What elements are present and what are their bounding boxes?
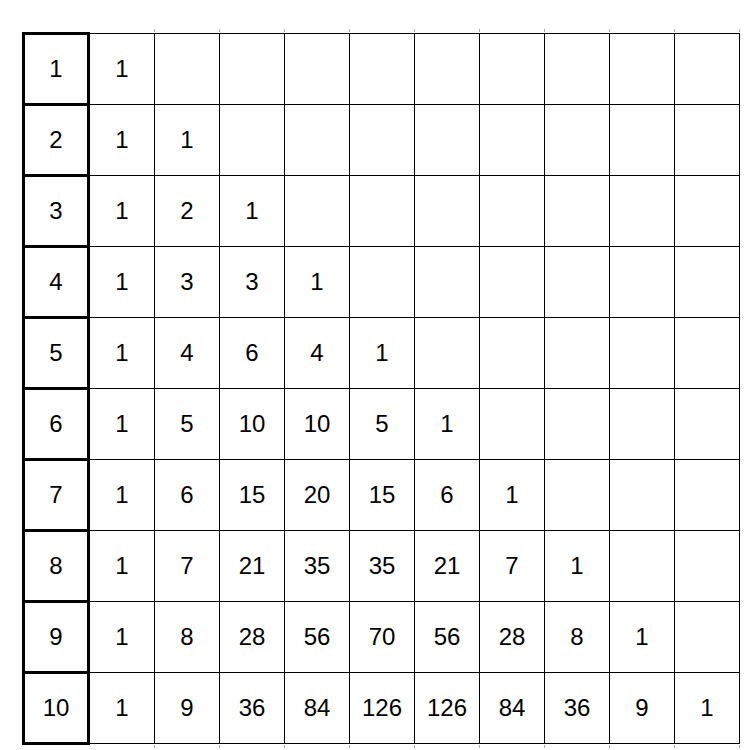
empty-cell-r2-c3 xyxy=(220,105,285,176)
row-header-2: 2 xyxy=(24,105,89,176)
empty-cell-r7-c9 xyxy=(610,460,675,531)
empty-cell-r1-c3 xyxy=(220,34,285,105)
cell-r5-c3: 6 xyxy=(220,318,285,389)
empty-cell-r5-c10 xyxy=(675,318,740,389)
cell-r10-c1: 1 xyxy=(89,673,155,744)
gridline-tick-top xyxy=(414,29,415,32)
table-row-5: 514641 xyxy=(24,318,740,389)
cell-r9-c8: 8 xyxy=(545,602,610,673)
cell-r4-c4: 1 xyxy=(285,247,350,318)
cell-r7-c7: 1 xyxy=(480,460,545,531)
row-header-6: 6 xyxy=(24,389,89,460)
cell-r2-c1: 1 xyxy=(89,105,155,176)
cell-r4-c3: 3 xyxy=(220,247,285,318)
table-row-9: 918285670562881 xyxy=(24,602,740,673)
empty-cell-r1-c6 xyxy=(415,34,480,105)
gridline-tick-bottom xyxy=(349,745,350,748)
table-row-6: 615101051 xyxy=(24,389,740,460)
table-row-4: 41331 xyxy=(24,247,740,318)
table-row-3: 3121 xyxy=(24,176,740,247)
empty-cell-r8-c9 xyxy=(610,531,675,602)
cell-r9-c3: 28 xyxy=(220,602,285,673)
empty-cell-r1-c2 xyxy=(155,34,220,105)
cell-r5-c2: 4 xyxy=(155,318,220,389)
cell-r6-c5: 5 xyxy=(350,389,415,460)
gridline-tick-top xyxy=(219,29,220,32)
empty-cell-r2-c9 xyxy=(610,105,675,176)
cell-r1-c1: 1 xyxy=(89,34,155,105)
gridline-tick-top xyxy=(544,29,545,32)
cell-r8-c6: 21 xyxy=(415,531,480,602)
gridline-tick-bottom xyxy=(219,745,220,748)
cell-r6-c1: 1 xyxy=(89,389,155,460)
cell-r9-c1: 1 xyxy=(89,602,155,673)
cell-r7-c1: 1 xyxy=(89,460,155,531)
pascals-triangle-table: 1121131214133151464161510105171615201561… xyxy=(22,32,740,745)
cell-r10-c3: 36 xyxy=(220,673,285,744)
cell-r8-c4: 35 xyxy=(285,531,350,602)
empty-cell-r2-c5 xyxy=(350,105,415,176)
cell-r10-c8: 36 xyxy=(545,673,610,744)
empty-cell-r3-c7 xyxy=(480,176,545,247)
cell-r2-c2: 1 xyxy=(155,105,220,176)
cell-r10-c9: 9 xyxy=(610,673,675,744)
gridline-tick-bottom xyxy=(154,745,155,748)
gridline-tick-top xyxy=(739,29,740,32)
empty-cell-r2-c10 xyxy=(675,105,740,176)
cell-r10-c7: 84 xyxy=(480,673,545,744)
gridline-tick-bottom xyxy=(674,745,675,748)
cell-r5-c4: 4 xyxy=(285,318,350,389)
gridline-tick-top xyxy=(349,29,350,32)
empty-cell-r3-c10 xyxy=(675,176,740,247)
gridline-tick-bottom xyxy=(739,745,740,748)
cell-r3-c2: 2 xyxy=(155,176,220,247)
empty-cell-r1-c5 xyxy=(350,34,415,105)
cell-r8-c7: 7 xyxy=(480,531,545,602)
gridline-tick-bottom xyxy=(544,745,545,748)
cell-r3-c3: 1 xyxy=(220,176,285,247)
gridline-tick-top xyxy=(154,29,155,32)
empty-cell-r4-c10 xyxy=(675,247,740,318)
cell-r9-c7: 28 xyxy=(480,602,545,673)
empty-cell-r5-c7 xyxy=(480,318,545,389)
empty-cell-r5-c6 xyxy=(415,318,480,389)
row-header-3: 3 xyxy=(24,176,89,247)
gridline-tick-top xyxy=(284,29,285,32)
cell-r9-c6: 56 xyxy=(415,602,480,673)
cell-r4-c2: 3 xyxy=(155,247,220,318)
row-header-4: 4 xyxy=(24,247,89,318)
empty-cell-r7-c8 xyxy=(545,460,610,531)
empty-cell-r4-c7 xyxy=(480,247,545,318)
gridline-tick-bottom xyxy=(479,745,480,748)
cell-r6-c4: 10 xyxy=(285,389,350,460)
table-row-1: 11 xyxy=(24,34,740,105)
empty-cell-r2-c4 xyxy=(285,105,350,176)
table-row-8: 8172135352171 xyxy=(24,531,740,602)
table-row-2: 211 xyxy=(24,105,740,176)
empty-cell-r3-c6 xyxy=(415,176,480,247)
gridline-tick-top xyxy=(479,29,480,32)
row-header-7: 7 xyxy=(24,460,89,531)
cell-r8-c1: 1 xyxy=(89,531,155,602)
pascals-triangle-board: 1121131214133151464161510105171615201561… xyxy=(22,32,740,745)
empty-cell-r3-c9 xyxy=(610,176,675,247)
empty-cell-r5-c9 xyxy=(610,318,675,389)
cell-r9-c4: 56 xyxy=(285,602,350,673)
empty-cell-r8-c10 xyxy=(675,531,740,602)
empty-cell-r5-c8 xyxy=(545,318,610,389)
empty-cell-r3-c4 xyxy=(285,176,350,247)
row-header-10: 10 xyxy=(24,673,89,744)
empty-cell-r6-c10 xyxy=(675,389,740,460)
row-header-1: 1 xyxy=(24,34,89,105)
empty-cell-r2-c8 xyxy=(545,105,610,176)
table-row-10: 10193684126126843691 xyxy=(24,673,740,744)
cell-r5-c1: 1 xyxy=(89,318,155,389)
cell-r10-c4: 84 xyxy=(285,673,350,744)
empty-cell-r9-c10 xyxy=(675,602,740,673)
empty-cell-r6-c8 xyxy=(545,389,610,460)
gridline-tick-top xyxy=(674,29,675,32)
cell-r8-c8: 1 xyxy=(545,531,610,602)
empty-cell-r4-c6 xyxy=(415,247,480,318)
empty-cell-r6-c9 xyxy=(610,389,675,460)
empty-cell-r3-c8 xyxy=(545,176,610,247)
cell-r10-c6: 126 xyxy=(415,673,480,744)
empty-cell-r2-c7 xyxy=(480,105,545,176)
cell-r6-c3: 10 xyxy=(220,389,285,460)
empty-cell-r1-c7 xyxy=(480,34,545,105)
cell-r8-c5: 35 xyxy=(350,531,415,602)
cell-r7-c5: 15 xyxy=(350,460,415,531)
cell-r7-c6: 6 xyxy=(415,460,480,531)
cell-r9-c9: 1 xyxy=(610,602,675,673)
row-header-8: 8 xyxy=(24,531,89,602)
table-row-7: 71615201561 xyxy=(24,460,740,531)
cell-r10-c10: 1 xyxy=(675,673,740,744)
row-header-9: 9 xyxy=(24,602,89,673)
cell-r8-c3: 21 xyxy=(220,531,285,602)
cell-r10-c5: 126 xyxy=(350,673,415,744)
cell-r6-c6: 1 xyxy=(415,389,480,460)
cell-r5-c5: 1 xyxy=(350,318,415,389)
empty-cell-r3-c5 xyxy=(350,176,415,247)
cell-r10-c2: 9 xyxy=(155,673,220,744)
empty-cell-r4-c9 xyxy=(610,247,675,318)
empty-cell-r7-c10 xyxy=(675,460,740,531)
row-header-5: 5 xyxy=(24,318,89,389)
gridline-tick-top xyxy=(609,29,610,32)
empty-cell-r1-c8 xyxy=(545,34,610,105)
empty-cell-r4-c8 xyxy=(545,247,610,318)
cell-r3-c1: 1 xyxy=(89,176,155,247)
cell-r9-c5: 70 xyxy=(350,602,415,673)
gridline-tick-bottom xyxy=(609,745,610,748)
empty-cell-r1-c10 xyxy=(675,34,740,105)
empty-cell-r2-c6 xyxy=(415,105,480,176)
gridline-tick-bottom xyxy=(414,745,415,748)
cell-r4-c1: 1 xyxy=(89,247,155,318)
gridline-tick-bottom xyxy=(284,745,285,748)
empty-cell-r6-c7 xyxy=(480,389,545,460)
cell-r7-c2: 6 xyxy=(155,460,220,531)
empty-cell-r1-c9 xyxy=(610,34,675,105)
cell-r7-c3: 15 xyxy=(220,460,285,531)
cell-r7-c4: 20 xyxy=(285,460,350,531)
empty-cell-r1-c4 xyxy=(285,34,350,105)
empty-cell-r4-c5 xyxy=(350,247,415,318)
cell-r8-c2: 7 xyxy=(155,531,220,602)
cell-r6-c2: 5 xyxy=(155,389,220,460)
cell-r9-c2: 8 xyxy=(155,602,220,673)
